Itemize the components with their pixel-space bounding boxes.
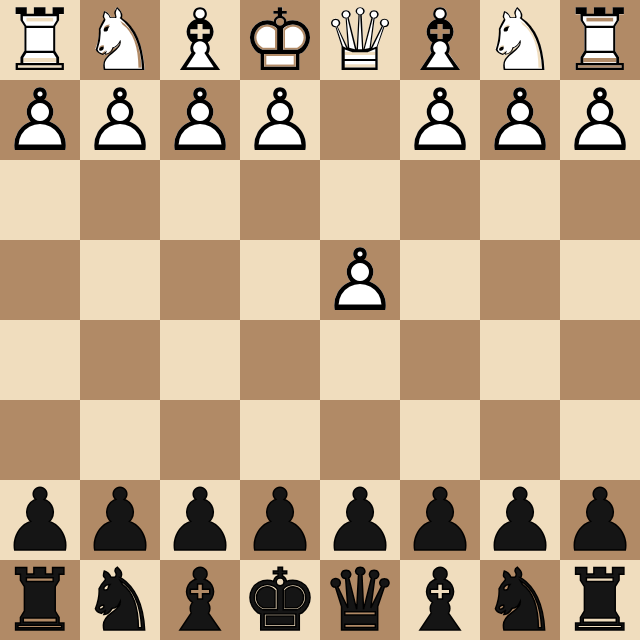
black-bishop[interactable]: ♝ xyxy=(160,560,240,640)
square-d7[interactable]: ♟ xyxy=(320,480,400,560)
square-d3[interactable] xyxy=(320,160,400,240)
white-king-outline: ♔ xyxy=(240,0,320,80)
white-pawn-outline: ♙ xyxy=(160,80,240,160)
square-e4[interactable] xyxy=(240,240,320,320)
black-pawn-glyph: ♟ xyxy=(400,480,480,560)
square-d1[interactable]: ♛♕ xyxy=(320,0,400,80)
square-c3[interactable] xyxy=(400,160,480,240)
square-d4[interactable]: ♟♙ xyxy=(320,240,400,320)
square-d8[interactable]: ♛ xyxy=(320,560,400,640)
white-pawn-glyph: ♟ xyxy=(80,80,160,160)
square-g3[interactable] xyxy=(80,160,160,240)
square-b1[interactable]: ♞♘ xyxy=(480,0,560,80)
square-d2[interactable] xyxy=(320,80,400,160)
square-h8[interactable]: ♜ xyxy=(0,560,80,640)
white-pawn-glyph: ♟ xyxy=(400,80,480,160)
black-pawn-glyph: ♟ xyxy=(560,480,640,560)
black-pawn-glyph: ♟ xyxy=(160,480,240,560)
white-knight[interactable]: ♞♘ xyxy=(80,0,160,80)
white-queen-outline: ♕ xyxy=(320,0,400,80)
white-pawn-outline: ♙ xyxy=(400,80,480,160)
white-pawn[interactable]: ♟♙ xyxy=(160,80,240,160)
square-f6[interactable] xyxy=(160,400,240,480)
black-pawn[interactable]: ♟ xyxy=(480,480,560,560)
square-f4[interactable] xyxy=(160,240,240,320)
square-h1[interactable]: ♜♖ xyxy=(0,0,80,80)
white-pawn-outline: ♙ xyxy=(80,80,160,160)
square-c1[interactable]: ♝♗ xyxy=(400,0,480,80)
square-f8[interactable]: ♝ xyxy=(160,560,240,640)
chess-board: ♜♖♞♘♝♗♚♔♛♕♝♗♞♘♜♖♟♙♟♙♟♙♟♙♟♙♟♙♟♙♟♙♟♟♟♟♟♟♟♟… xyxy=(0,0,640,640)
square-h6[interactable] xyxy=(0,400,80,480)
black-knight[interactable]: ♞ xyxy=(480,560,560,640)
white-pawn-glyph: ♟ xyxy=(480,80,560,160)
square-g1[interactable]: ♞♘ xyxy=(80,0,160,80)
square-h4[interactable] xyxy=(0,240,80,320)
white-pawn-outline: ♙ xyxy=(480,80,560,160)
square-g7[interactable]: ♟ xyxy=(80,480,160,560)
black-pawn-glyph: ♟ xyxy=(320,480,400,560)
square-h5[interactable] xyxy=(0,320,80,400)
white-queen[interactable]: ♛♕ xyxy=(320,0,400,80)
square-a2[interactable]: ♟♙ xyxy=(560,80,640,160)
black-bishop-glyph: ♝ xyxy=(400,560,480,640)
black-knight[interactable]: ♞ xyxy=(80,560,160,640)
square-a8[interactable]: ♜ xyxy=(560,560,640,640)
white-pawn[interactable]: ♟♙ xyxy=(480,80,560,160)
square-b8[interactable]: ♞ xyxy=(480,560,560,640)
white-knight-glyph: ♞ xyxy=(480,0,560,80)
square-d5[interactable] xyxy=(320,320,400,400)
black-pawn[interactable]: ♟ xyxy=(400,480,480,560)
black-pawn[interactable]: ♟ xyxy=(0,480,80,560)
square-f5[interactable] xyxy=(160,320,240,400)
square-a3[interactable] xyxy=(560,160,640,240)
white-pawn-glyph: ♟ xyxy=(160,80,240,160)
square-f3[interactable] xyxy=(160,160,240,240)
square-c8[interactable]: ♝ xyxy=(400,560,480,640)
square-c7[interactable]: ♟ xyxy=(400,480,480,560)
square-c5[interactable] xyxy=(400,320,480,400)
white-knight-outline: ♘ xyxy=(480,0,560,80)
white-rook-outline: ♖ xyxy=(0,0,80,80)
square-h2[interactable]: ♟♙ xyxy=(0,80,80,160)
black-pawn-glyph: ♟ xyxy=(240,480,320,560)
white-bishop-outline: ♗ xyxy=(400,0,480,80)
square-a1[interactable]: ♜♖ xyxy=(560,0,640,80)
white-queen-glyph: ♛ xyxy=(320,0,400,80)
white-bishop-outline: ♗ xyxy=(160,0,240,80)
square-c2[interactable]: ♟♙ xyxy=(400,80,480,160)
black-king-glyph: ♚ xyxy=(240,560,320,640)
white-knight-outline: ♘ xyxy=(80,0,160,80)
black-king[interactable]: ♚ xyxy=(240,560,320,640)
white-pawn[interactable]: ♟♙ xyxy=(0,80,80,160)
square-f7[interactable]: ♟ xyxy=(160,480,240,560)
square-h7[interactable]: ♟ xyxy=(0,480,80,560)
square-e7[interactable]: ♟ xyxy=(240,480,320,560)
square-b6[interactable] xyxy=(480,400,560,480)
black-pawn[interactable]: ♟ xyxy=(80,480,160,560)
black-queen-glyph: ♛ xyxy=(320,560,400,640)
square-f2[interactable]: ♟♙ xyxy=(160,80,240,160)
black-knight-glyph: ♞ xyxy=(480,560,560,640)
white-rook-outline: ♖ xyxy=(560,0,640,80)
square-a4[interactable] xyxy=(560,240,640,320)
square-e2[interactable]: ♟♙ xyxy=(240,80,320,160)
white-pawn-outline: ♙ xyxy=(320,240,400,320)
white-pawn[interactable]: ♟♙ xyxy=(320,240,400,320)
white-bishop[interactable]: ♝♗ xyxy=(400,0,480,80)
white-rook-glyph: ♜ xyxy=(560,0,640,80)
white-pawn[interactable]: ♟♙ xyxy=(400,80,480,160)
white-pawn-glyph: ♟ xyxy=(560,80,640,160)
black-pawn-glyph: ♟ xyxy=(480,480,560,560)
white-rook[interactable]: ♜♖ xyxy=(0,0,80,80)
black-rook-glyph: ♜ xyxy=(0,560,80,640)
black-queen[interactable]: ♛ xyxy=(320,560,400,640)
white-king-glyph: ♚ xyxy=(240,0,320,80)
white-rook[interactable]: ♜♖ xyxy=(560,0,640,80)
square-e6[interactable] xyxy=(240,400,320,480)
square-e1[interactable]: ♚♔ xyxy=(240,0,320,80)
white-knight-glyph: ♞ xyxy=(80,0,160,80)
square-g2[interactable]: ♟♙ xyxy=(80,80,160,160)
black-rook[interactable]: ♜ xyxy=(0,560,80,640)
white-pawn-outline: ♙ xyxy=(0,80,80,160)
white-pawn-glyph: ♟ xyxy=(0,80,80,160)
white-pawn-glyph: ♟ xyxy=(240,80,320,160)
square-e3[interactable] xyxy=(240,160,320,240)
white-bishop-glyph: ♝ xyxy=(400,0,480,80)
black-rook-glyph: ♜ xyxy=(560,560,640,640)
square-b7[interactable]: ♟ xyxy=(480,480,560,560)
black-bishop[interactable]: ♝ xyxy=(400,560,480,640)
white-knight[interactable]: ♞♘ xyxy=(480,0,560,80)
square-e8[interactable]: ♚ xyxy=(240,560,320,640)
black-pawn-glyph: ♟ xyxy=(0,480,80,560)
white-pawn-outline: ♙ xyxy=(560,80,640,160)
square-h3[interactable] xyxy=(0,160,80,240)
square-a5[interactable] xyxy=(560,320,640,400)
white-pawn-outline: ♙ xyxy=(240,80,320,160)
square-a6[interactable] xyxy=(560,400,640,480)
square-b3[interactable] xyxy=(480,160,560,240)
white-pawn[interactable]: ♟♙ xyxy=(560,80,640,160)
black-knight-glyph: ♞ xyxy=(80,560,160,640)
square-b5[interactable] xyxy=(480,320,560,400)
black-pawn[interactable]: ♟ xyxy=(240,480,320,560)
square-c6[interactable] xyxy=(400,400,480,480)
black-rook[interactable]: ♜ xyxy=(560,560,640,640)
square-f1[interactable]: ♝♗ xyxy=(160,0,240,80)
white-pawn[interactable]: ♟♙ xyxy=(240,80,320,160)
black-pawn[interactable]: ♟ xyxy=(320,480,400,560)
black-pawn[interactable]: ♟ xyxy=(160,480,240,560)
square-e5[interactable] xyxy=(240,320,320,400)
white-pawn-glyph: ♟ xyxy=(320,240,400,320)
white-rook-glyph: ♜ xyxy=(0,0,80,80)
square-b4[interactable] xyxy=(480,240,560,320)
square-g8[interactable]: ♞ xyxy=(80,560,160,640)
square-d6[interactable] xyxy=(320,400,400,480)
white-pawn[interactable]: ♟♙ xyxy=(80,80,160,160)
white-king[interactable]: ♚♔ xyxy=(240,0,320,80)
square-b2[interactable]: ♟♙ xyxy=(480,80,560,160)
white-bishop[interactable]: ♝♗ xyxy=(160,0,240,80)
square-g6[interactable] xyxy=(80,400,160,480)
white-bishop-glyph: ♝ xyxy=(160,0,240,80)
black-bishop-glyph: ♝ xyxy=(160,560,240,640)
black-pawn-glyph: ♟ xyxy=(80,480,160,560)
square-c4[interactable] xyxy=(400,240,480,320)
square-a7[interactable]: ♟ xyxy=(560,480,640,560)
black-pawn[interactable]: ♟ xyxy=(560,480,640,560)
square-g4[interactable] xyxy=(80,240,160,320)
square-g5[interactable] xyxy=(80,320,160,400)
